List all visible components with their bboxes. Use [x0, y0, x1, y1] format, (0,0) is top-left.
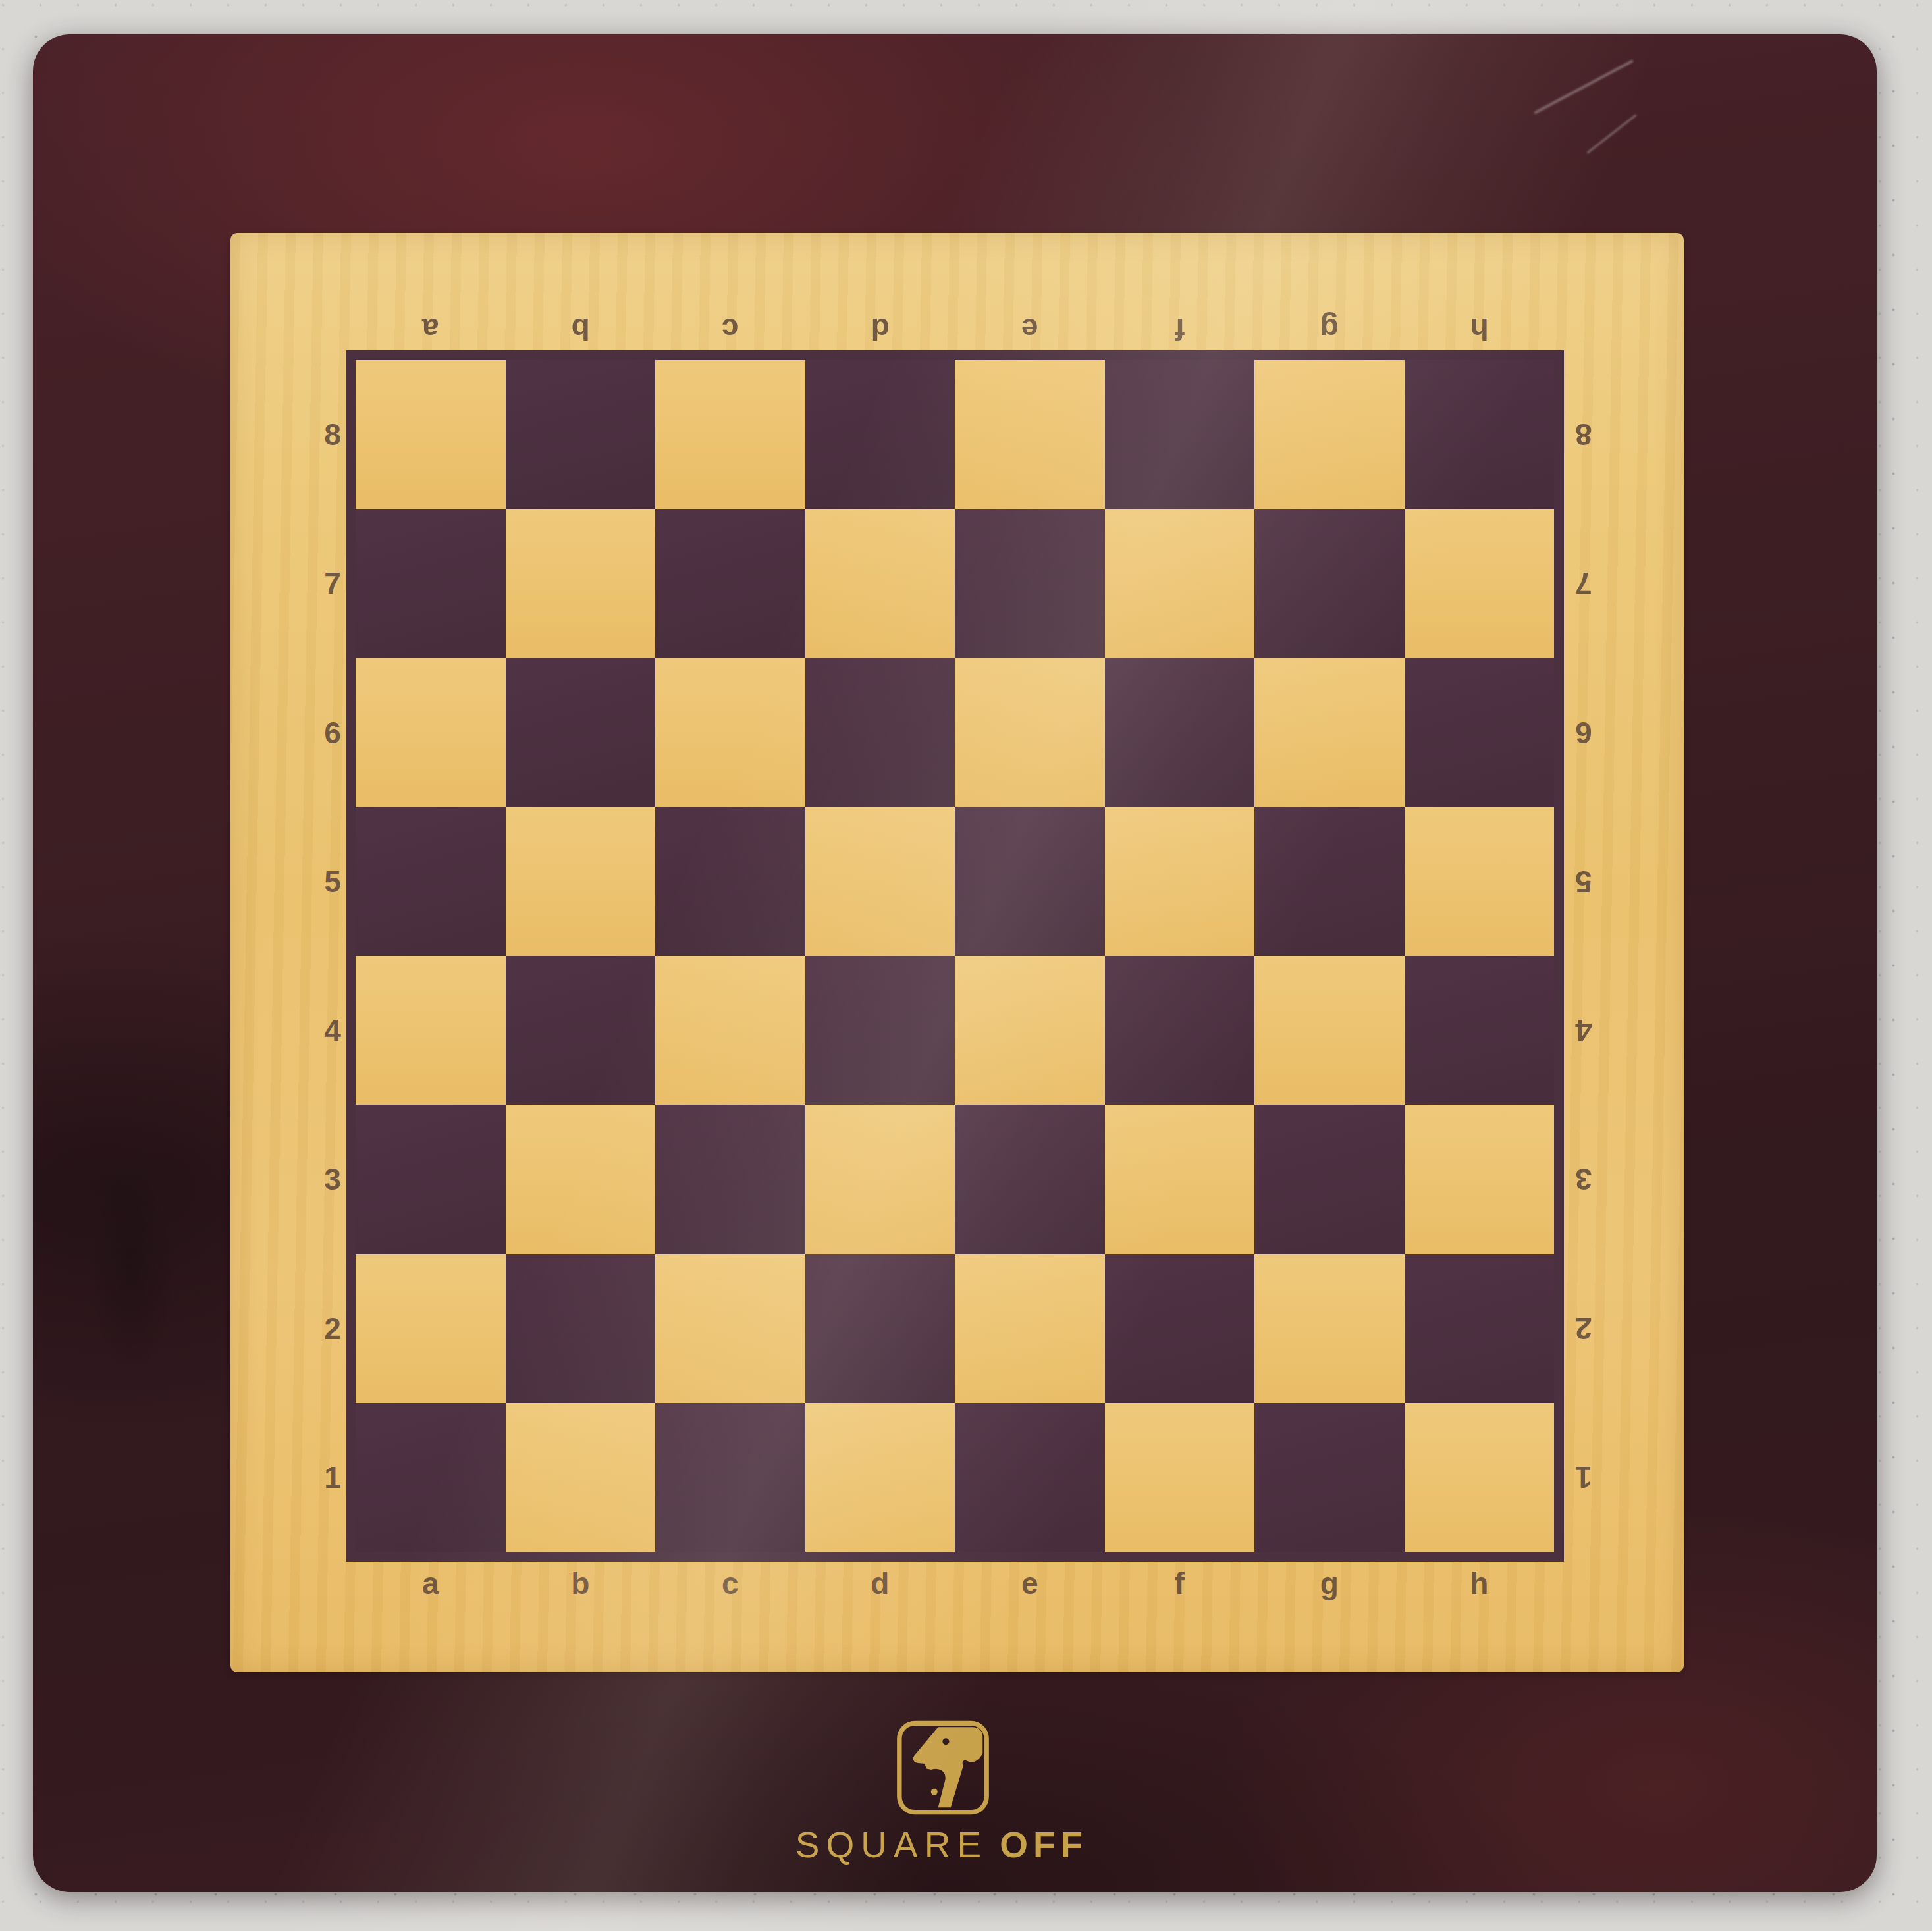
file-label-bottom-g: g [1254, 1548, 1405, 1618]
board-photo: abcdefgh abcdefgh 87654321 87654321 SQUA… [0, 0, 1932, 1931]
square-e4[interactable] [955, 956, 1105, 1105]
square-e2[interactable] [955, 1254, 1105, 1403]
rank-label-left-3: 3 [293, 1105, 372, 1254]
square-a7[interactable] [356, 509, 506, 658]
square-h8[interactable] [1405, 360, 1555, 509]
square-g2[interactable] [1254, 1254, 1405, 1403]
rank-label-left-6: 6 [293, 658, 372, 807]
file-label-top-e: e [955, 293, 1105, 365]
square-g1[interactable] [1254, 1403, 1405, 1552]
file-label-bottom-c: c [655, 1548, 805, 1618]
square-b1[interactable] [506, 1403, 656, 1552]
square-g6[interactable] [1254, 658, 1405, 807]
square-c6[interactable] [655, 658, 805, 807]
square-a3[interactable] [356, 1105, 506, 1254]
square-f3[interactable] [1105, 1105, 1255, 1254]
square-e3[interactable] [955, 1105, 1105, 1254]
rank-label-right-4: 4 [1544, 956, 1623, 1105]
square-g4[interactable] [1254, 956, 1405, 1105]
square-d4[interactable] [805, 956, 955, 1105]
rank-labels-left: 87654321 [293, 360, 372, 1552]
square-d1[interactable] [805, 1403, 955, 1552]
file-label-bottom-h: h [1405, 1548, 1555, 1618]
square-b8[interactable] [506, 360, 656, 509]
file-label-top-a: a [356, 293, 506, 365]
square-b6[interactable] [506, 658, 656, 807]
square-e1[interactable] [955, 1403, 1105, 1552]
file-label-bottom-b: b [506, 1548, 656, 1618]
square-b4[interactable] [506, 956, 656, 1105]
square-g8[interactable] [1254, 360, 1405, 509]
square-c4[interactable] [655, 956, 805, 1105]
square-b2[interactable] [506, 1254, 656, 1403]
square-h1[interactable] [1405, 1403, 1555, 1552]
rank-label-right-3: 3 [1544, 1105, 1623, 1254]
square-d8[interactable] [805, 360, 955, 509]
file-label-top-h: h [1405, 293, 1555, 365]
square-h2[interactable] [1405, 1254, 1555, 1403]
square-f2[interactable] [1105, 1254, 1255, 1403]
square-d6[interactable] [805, 658, 955, 807]
rank-label-right-6: 6 [1544, 658, 1623, 807]
frame-scratch [1534, 59, 1634, 114]
rank-label-right-2: 2 [1544, 1254, 1623, 1403]
square-g3[interactable] [1254, 1105, 1405, 1254]
square-e6[interactable] [955, 658, 1105, 807]
square-a6[interactable] [356, 658, 506, 807]
rank-label-left-8: 8 [293, 360, 372, 509]
rank-labels-right: 87654321 [1544, 360, 1623, 1552]
square-b3[interactable] [506, 1105, 656, 1254]
file-label-bottom-e: e [955, 1548, 1105, 1618]
square-a5[interactable] [356, 807, 506, 956]
square-d5[interactable] [805, 807, 955, 956]
square-h4[interactable] [1405, 956, 1555, 1105]
square-f7[interactable] [1105, 509, 1255, 658]
file-label-top-d: d [805, 293, 955, 365]
square-h3[interactable] [1405, 1105, 1555, 1254]
brand-word-square: SQUARE [795, 1824, 988, 1866]
file-label-bottom-a: a [356, 1548, 506, 1618]
frame-scratch [1586, 114, 1637, 154]
square-c3[interactable] [655, 1105, 805, 1254]
square-e8[interactable] [955, 360, 1105, 509]
rank-label-left-5: 5 [293, 807, 372, 956]
square-a1[interactable] [356, 1403, 506, 1552]
square-d7[interactable] [805, 509, 955, 658]
rank-label-right-1: 1 [1544, 1403, 1623, 1552]
square-c1[interactable] [655, 1403, 805, 1552]
square-c2[interactable] [655, 1254, 805, 1403]
square-c7[interactable] [655, 509, 805, 658]
square-g7[interactable] [1254, 509, 1405, 658]
square-h7[interactable] [1405, 509, 1555, 658]
file-label-bottom-d: d [805, 1548, 955, 1618]
file-label-top-b: b [506, 293, 656, 365]
square-d2[interactable] [805, 1254, 955, 1403]
square-a2[interactable] [356, 1254, 506, 1403]
square-b7[interactable] [506, 509, 656, 658]
file-label-top-g: g [1254, 293, 1405, 365]
rank-label-right-5: 5 [1544, 807, 1623, 956]
square-b5[interactable] [506, 807, 656, 956]
file-labels-top: abcdefgh [356, 293, 1554, 365]
rank-label-right-8: 8 [1544, 360, 1623, 509]
square-e7[interactable] [955, 509, 1105, 658]
file-label-bottom-f: f [1105, 1548, 1255, 1618]
rank-label-left-2: 2 [293, 1254, 372, 1403]
square-a8[interactable] [356, 360, 506, 509]
file-labels-bottom: abcdefgh [356, 1548, 1554, 1618]
square-a4[interactable] [356, 956, 506, 1105]
rank-label-right-7: 7 [1544, 509, 1623, 658]
square-h5[interactable] [1405, 807, 1555, 956]
chess-board [346, 350, 1564, 1562]
rank-label-left-7: 7 [293, 509, 372, 658]
file-label-top-c: c [655, 293, 805, 365]
rank-label-left-1: 1 [293, 1403, 372, 1552]
square-d3[interactable] [805, 1105, 955, 1254]
square-f5[interactable] [1105, 807, 1255, 956]
square-f8[interactable] [1105, 360, 1255, 509]
square-f6[interactable] [1105, 658, 1255, 807]
knight-logo-icon [894, 1718, 992, 1817]
rank-label-left-4: 4 [293, 956, 372, 1105]
square-f1[interactable] [1105, 1403, 1255, 1552]
square-e5[interactable] [955, 807, 1105, 956]
file-label-top-f: f [1105, 293, 1255, 365]
square-g5[interactable] [1254, 807, 1405, 956]
square-f4[interactable] [1105, 956, 1255, 1105]
square-h6[interactable] [1405, 658, 1555, 807]
brand-wordmark: SQUARE OFF [744, 1824, 1139, 1866]
square-c8[interactable] [655, 360, 805, 509]
square-c5[interactable] [655, 807, 805, 956]
brand-word-off: OFF [1000, 1824, 1088, 1866]
